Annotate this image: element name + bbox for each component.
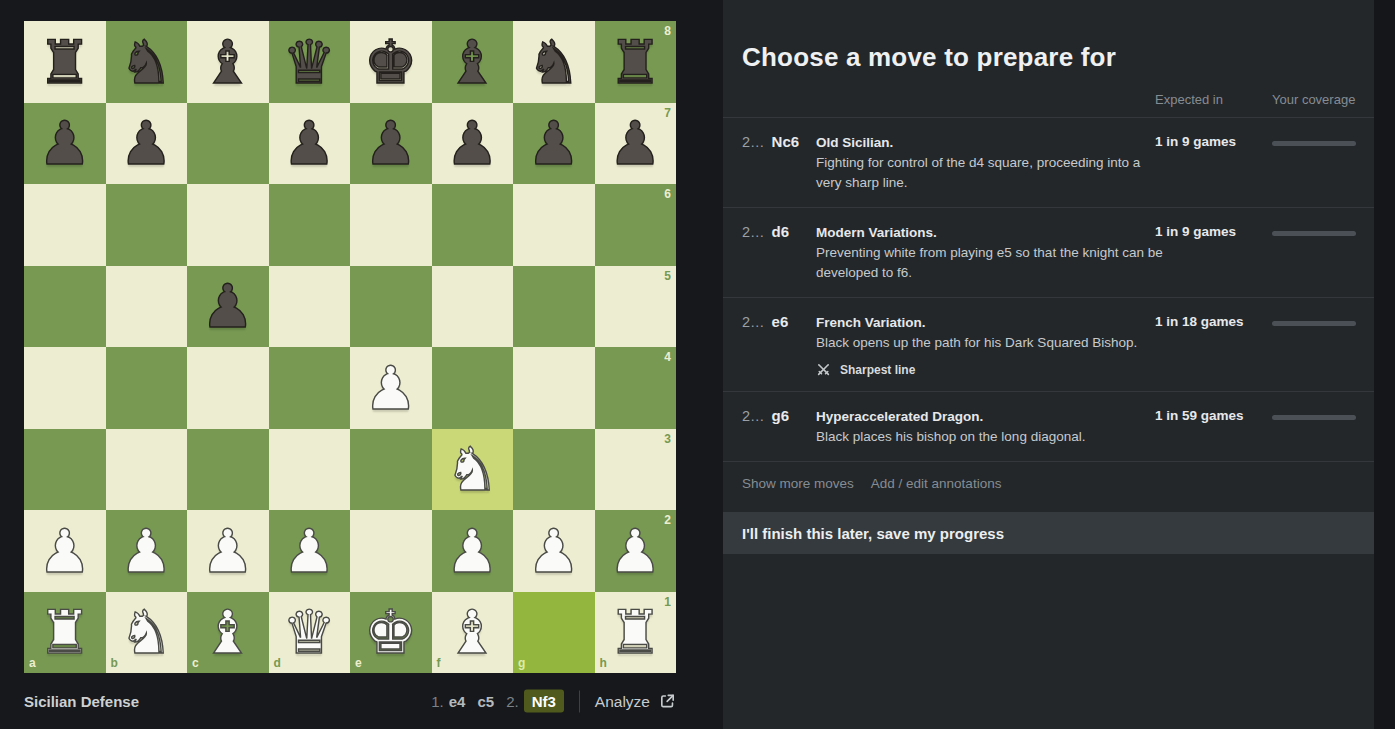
square-b7[interactable]: ♟: [106, 103, 188, 185]
option-move-number: 2…: [742, 224, 765, 240]
square-d7[interactable]: ♟: [269, 103, 351, 185]
option-expected-in: 1 in 59 games: [1155, 408, 1244, 423]
square-a5[interactable]: [24, 266, 106, 348]
rank-label-3: 3: [664, 432, 671, 446]
rank-label-7: 7: [664, 106, 671, 120]
current-move-chip[interactable]: Nf3: [524, 690, 564, 713]
square-d5[interactable]: [269, 266, 351, 348]
square-a1[interactable]: ♜a: [24, 592, 106, 674]
move-number: 2.: [506, 693, 519, 710]
piece-white-pawn: ♟: [187, 510, 269, 592]
footer-divider: [579, 690, 580, 712]
file-label-a: a: [29, 656, 36, 670]
square-c7[interactable]: [187, 103, 269, 185]
option-content: Modern Variations.Preventing white from …: [816, 223, 1168, 283]
option-content: French Variation.Black opens up the path…: [816, 313, 1168, 377]
file-label-b: b: [111, 656, 118, 670]
column-headers: Expected in Your coverage: [723, 92, 1374, 112]
square-h2[interactable]: ♟2: [595, 510, 677, 592]
square-a3[interactable]: [24, 429, 106, 511]
option-name: Old Sicilian.: [816, 133, 1168, 153]
move-option-Nc6[interactable]: 2…Nc6Old Sicilian.Fighting for control o…: [723, 117, 1374, 207]
square-d6[interactable]: [269, 184, 351, 266]
square-b2[interactable]: ♟: [106, 510, 188, 592]
file-label-g: g: [518, 656, 525, 670]
coverage-bar: [1272, 141, 1356, 146]
board-footer: Sicilian Defense 1.e4c52.Nf3 Analyze: [0, 673, 723, 729]
column-expected-in: Expected in: [1155, 92, 1223, 107]
move-san[interactable]: c5: [477, 693, 494, 710]
square-e1[interactable]: ♚e: [350, 592, 432, 674]
prepare-panel: Choose a move to prepare for Expected in…: [723, 0, 1374, 729]
column-your-coverage: Your coverage: [1272, 92, 1355, 107]
square-f7[interactable]: ♟: [432, 103, 514, 185]
piece-black-knight: ♞: [106, 21, 188, 103]
crossed-swords-icon: [816, 362, 831, 377]
rank-label-8: 8: [664, 24, 671, 38]
square-c3[interactable]: [187, 429, 269, 511]
piece-black-pawn: ♟: [350, 103, 432, 185]
rank-label-5: 5: [664, 269, 671, 283]
square-a7[interactable]: ♟: [24, 103, 106, 185]
option-move-san: Nc6: [772, 133, 800, 150]
move-option-d6[interactable]: 2…d6Modern Variations.Preventing white f…: [723, 207, 1374, 297]
option-name: French Variation.: [816, 313, 1168, 333]
square-e7[interactable]: ♟: [350, 103, 432, 185]
option-move-number: 2…: [742, 408, 765, 424]
option-name: Modern Variations.: [816, 223, 1168, 243]
move-list: 1.e4c52.Nf3 Analyze: [431, 690, 676, 713]
move-option-g6[interactable]: 2…g6Hyperaccelerated Dragon.Black places…: [723, 391, 1374, 461]
piece-black-pawn: ♟: [187, 266, 269, 348]
square-f2[interactable]: ♟: [432, 510, 514, 592]
option-content: Hyperaccelerated Dragon.Black places his…: [816, 407, 1168, 447]
square-a4[interactable]: [24, 347, 106, 429]
panel-body: 2…Nc6Old Sicilian.Fighting for control o…: [723, 117, 1374, 491]
right-edge-gutter: [1374, 0, 1395, 729]
square-h5[interactable]: 5: [595, 266, 677, 348]
square-g4[interactable]: [513, 347, 595, 429]
piece-black-pawn: ♟: [432, 103, 514, 185]
option-move-label: 2…g6: [742, 407, 789, 425]
coverage-bar: [1272, 415, 1356, 420]
square-d8[interactable]: ♛: [269, 21, 351, 103]
move-san[interactable]: e4: [449, 693, 466, 710]
square-d2[interactable]: ♟: [269, 510, 351, 592]
opening-name: Sicilian Defense: [24, 693, 139, 710]
panel-title: Choose a move to prepare for: [742, 42, 1116, 73]
piece-white-king: ♚: [350, 592, 432, 674]
square-d3[interactable]: [269, 429, 351, 511]
option-move-label: 2…d6: [742, 223, 789, 241]
square-e3[interactable]: [350, 429, 432, 511]
piece-white-pawn: ♟: [24, 510, 106, 592]
chess-board[interactable]: ♜♞♝♛♚♝♞♜8♟♟♟♟♟♟♟76♟5♟4♞3♟♟♟♟♟♟♟2♜a♞b♝c♛d…: [24, 21, 676, 673]
board-panel: ♜♞♝♛♚♝♞♜8♟♟♟♟♟♟♟76♟5♟4♞3♟♟♟♟♟♟♟2♜a♞b♝c♛d…: [0, 0, 723, 729]
square-f3[interactable]: ♞: [432, 429, 514, 511]
square-g8[interactable]: ♞: [513, 21, 595, 103]
square-h7[interactable]: ♟7: [595, 103, 677, 185]
option-description: Black opens up the path for his Dark Squ…: [816, 333, 1168, 353]
square-c4[interactable]: [187, 347, 269, 429]
square-c1[interactable]: ♝c: [187, 592, 269, 674]
file-label-f: f: [437, 656, 441, 670]
badge-label: Sharpest line: [840, 363, 915, 377]
external-link-icon: [659, 693, 676, 710]
analyze-button[interactable]: Analyze: [595, 692, 676, 710]
sharpest-line-badge: Sharpest line: [816, 362, 1168, 377]
piece-black-pawn: ♟: [24, 103, 106, 185]
links-row: Show more moves Add / edit annotations: [723, 462, 1374, 491]
square-e4[interactable]: ♟: [350, 347, 432, 429]
square-c6[interactable]: [187, 184, 269, 266]
piece-white-pawn: ♟: [106, 510, 188, 592]
piece-white-bishop: ♝: [187, 592, 269, 674]
square-d4[interactable]: [269, 347, 351, 429]
analyze-label: Analyze: [595, 692, 650, 710]
move-options-list: 2…Nc6Old Sicilian.Fighting for control o…: [723, 117, 1374, 462]
piece-black-bishop: ♝: [187, 21, 269, 103]
square-g3[interactable]: [513, 429, 595, 511]
option-expected-in: 1 in 9 games: [1155, 224, 1236, 239]
square-c8[interactable]: ♝: [187, 21, 269, 103]
option-move-number: 2…: [742, 314, 765, 330]
option-move-label: 2…e6: [742, 313, 788, 331]
square-a6[interactable]: [24, 184, 106, 266]
option-move-number: 2…: [742, 134, 765, 150]
move-option-e6[interactable]: 2…e6French Variation.Black opens up the …: [723, 297, 1374, 391]
option-move-san: d6: [772, 223, 790, 240]
option-move-san: e6: [772, 313, 789, 330]
square-f1[interactable]: ♝f: [432, 592, 514, 674]
rank-label-4: 4: [664, 350, 671, 364]
square-a8[interactable]: ♜: [24, 21, 106, 103]
piece-white-pawn: ♟: [269, 510, 351, 592]
option-expected-in: 1 in 18 games: [1155, 314, 1244, 329]
square-e8[interactable]: ♚: [350, 21, 432, 103]
piece-black-rook: ♜: [24, 21, 106, 103]
rank-label-1: 1: [664, 595, 671, 609]
square-f4[interactable]: [432, 347, 514, 429]
square-c5[interactable]: ♟: [187, 266, 269, 348]
piece-white-pawn: ♟: [513, 510, 595, 592]
square-e5[interactable]: [350, 266, 432, 348]
square-g2[interactable]: ♟: [513, 510, 595, 592]
option-content: Old Sicilian.Fighting for control of the…: [816, 133, 1168, 193]
option-description: Preventing white from playing e5 so that…: [816, 243, 1168, 283]
option-description: Black places his bishop on the long diag…: [816, 427, 1168, 447]
piece-black-pawn: ♟: [269, 103, 351, 185]
coverage-bar: [1272, 321, 1356, 326]
piece-black-pawn: ♟: [513, 103, 595, 185]
square-h6[interactable]: 6: [595, 184, 677, 266]
square-a2[interactable]: ♟: [24, 510, 106, 592]
move-number: 1.: [431, 693, 444, 710]
square-e6[interactable]: [350, 184, 432, 266]
square-g5[interactable]: [513, 266, 595, 348]
piece-black-king: ♚: [350, 21, 432, 103]
square-b3[interactable]: [106, 429, 188, 511]
piece-black-bishop: ♝: [432, 21, 514, 103]
rank-label-6: 6: [664, 187, 671, 201]
piece-black-pawn: ♟: [106, 103, 188, 185]
square-h3[interactable]: 3: [595, 429, 677, 511]
file-label-c: c: [192, 656, 199, 670]
file-label-h: h: [600, 656, 607, 670]
show-more-moves-link[interactable]: Show more moves: [742, 476, 854, 491]
add-edit-annotations-link[interactable]: Add / edit annotations: [871, 476, 1002, 491]
square-f6[interactable]: [432, 184, 514, 266]
square-d1[interactable]: ♛d: [269, 592, 351, 674]
piece-white-pawn: ♟: [432, 510, 514, 592]
square-e2[interactable]: [350, 510, 432, 592]
piece-white-pawn: ♟: [350, 347, 432, 429]
piece-black-knight: ♞: [513, 21, 595, 103]
square-g6[interactable]: [513, 184, 595, 266]
piece-white-rook: ♜: [24, 592, 106, 674]
piece-white-bishop: ♝: [432, 592, 514, 674]
square-f8[interactable]: ♝: [432, 21, 514, 103]
file-label-d: d: [274, 656, 281, 670]
option-move-label: 2…Nc6: [742, 133, 799, 151]
option-move-san: g6: [772, 407, 790, 424]
coverage-bar: [1272, 231, 1356, 236]
square-h1[interactable]: ♜h1: [595, 592, 677, 674]
save-progress-button[interactable]: I'll finish this later, save my progress: [723, 512, 1374, 554]
piece-black-queen: ♛: [269, 21, 351, 103]
square-h8[interactable]: ♜8: [595, 21, 677, 103]
option-description: Fighting for control of the d4 square, p…: [816, 153, 1168, 193]
square-b5[interactable]: [106, 266, 188, 348]
piece-white-knight: ♞: [432, 429, 514, 511]
square-g1[interactable]: g: [513, 592, 595, 674]
square-b4[interactable]: [106, 347, 188, 429]
square-b1[interactable]: ♞b: [106, 592, 188, 674]
chessable-prepare-screen: ♜♞♝♛♚♝♞♜8♟♟♟♟♟♟♟76♟5♟4♞3♟♟♟♟♟♟♟2♜a♞b♝c♛d…: [0, 0, 1395, 729]
square-f5[interactable]: [432, 266, 514, 348]
move-tokens: 1.e4c52.Nf3: [431, 690, 564, 713]
square-g7[interactable]: ♟: [513, 103, 595, 185]
option-expected-in: 1 in 9 games: [1155, 134, 1236, 149]
save-progress-label: I'll finish this later, save my progress: [742, 525, 1004, 542]
rank-label-2: 2: [664, 513, 671, 527]
file-label-e: e: [355, 656, 362, 670]
square-b8[interactable]: ♞: [106, 21, 188, 103]
square-b6[interactable]: [106, 184, 188, 266]
square-h4[interactable]: 4: [595, 347, 677, 429]
square-c2[interactable]: ♟: [187, 510, 269, 592]
option-name: Hyperaccelerated Dragon.: [816, 407, 1168, 427]
